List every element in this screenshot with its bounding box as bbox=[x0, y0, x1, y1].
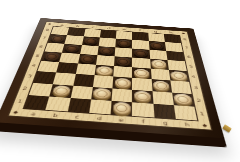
rank-label: 3 bbox=[194, 86, 199, 90]
board-square[interactable] bbox=[111, 101, 133, 116]
rank-label: 8 bbox=[183, 38, 187, 41]
file-label: h bbox=[184, 122, 189, 127]
file-label: c bbox=[92, 26, 95, 29]
rank-label: 2 bbox=[196, 98, 201, 103]
light-checker[interactable] bbox=[134, 68, 150, 78]
rank-label: 8 bbox=[45, 29, 49, 32]
light-checker[interactable] bbox=[170, 71, 187, 81]
light-checker[interactable] bbox=[52, 85, 72, 97]
file-label: g bbox=[163, 120, 168, 125]
light-checker[interactable] bbox=[151, 60, 167, 69]
file-label: f bbox=[139, 29, 141, 32]
border-ornament: ◆ bbox=[197, 120, 212, 130]
file-label: g bbox=[154, 30, 158, 33]
rank-label: 6 bbox=[187, 55, 191, 58]
file-label: c bbox=[75, 114, 80, 119]
brass-latch bbox=[222, 124, 231, 132]
dark-checker[interactable] bbox=[79, 55, 95, 64]
file-label: h bbox=[169, 31, 173, 34]
board-square[interactable] bbox=[153, 104, 176, 119]
board: ◆ abcdefgh ◆ 87654321 87654321 ◆ abcdefg… bbox=[0, 18, 224, 138]
board-square[interactable] bbox=[67, 98, 91, 113]
rank-label: 2 bbox=[22, 86, 28, 90]
dark-checker[interactable] bbox=[134, 49, 149, 58]
rank-label: 1 bbox=[17, 99, 23, 104]
rank-label: 7 bbox=[185, 46, 189, 49]
file-label: e bbox=[119, 117, 124, 122]
light-checker[interactable] bbox=[114, 78, 131, 89]
file-label: f bbox=[142, 119, 145, 124]
coordinate-border: ◆ abcdefgh ◆ 87654321 87654321 ◆ abcdefg… bbox=[7, 21, 212, 130]
squares-grid bbox=[24, 26, 197, 120]
file-label: b bbox=[52, 112, 58, 117]
dark-checker[interactable] bbox=[50, 35, 66, 43]
board-square[interactable] bbox=[46, 96, 71, 111]
rank-label: 5 bbox=[35, 54, 40, 57]
dark-checker[interactable] bbox=[43, 52, 61, 61]
light-checker[interactable] bbox=[96, 66, 112, 76]
rank-label: 3 bbox=[27, 74, 32, 78]
file-label: a bbox=[30, 111, 36, 116]
rank-label: 7 bbox=[42, 36, 47, 39]
rank-label: 6 bbox=[39, 45, 44, 48]
dark-checker[interactable] bbox=[99, 47, 114, 56]
file-label: a bbox=[60, 24, 64, 27]
light-checker[interactable] bbox=[134, 91, 151, 103]
dark-checker[interactable] bbox=[83, 37, 98, 45]
board-square[interactable] bbox=[132, 102, 154, 117]
board-square[interactable] bbox=[174, 105, 198, 120]
light-checker[interactable] bbox=[174, 93, 193, 105]
light-checker[interactable] bbox=[93, 88, 111, 100]
file-label: d bbox=[97, 116, 102, 121]
rank-label: 5 bbox=[189, 65, 194, 69]
rank-label: 4 bbox=[31, 64, 36, 68]
dark-checker[interactable] bbox=[117, 39, 131, 47]
dark-checker[interactable] bbox=[150, 42, 165, 50]
dark-checker[interactable] bbox=[116, 57, 131, 66]
rank-label: 4 bbox=[191, 75, 196, 79]
dark-checker[interactable] bbox=[64, 44, 80, 52]
board-square[interactable] bbox=[89, 99, 112, 114]
file-label: d bbox=[107, 27, 111, 30]
light-checker[interactable] bbox=[112, 102, 130, 115]
file-label: e bbox=[123, 28, 126, 31]
light-checker[interactable] bbox=[153, 80, 170, 91]
photo-backdrop: ◆ abcdefgh ◆ 87654321 87654321 ◆ abcdefg… bbox=[0, 0, 240, 162]
rank-label: 1 bbox=[199, 111, 205, 116]
file-label: b bbox=[76, 25, 80, 28]
